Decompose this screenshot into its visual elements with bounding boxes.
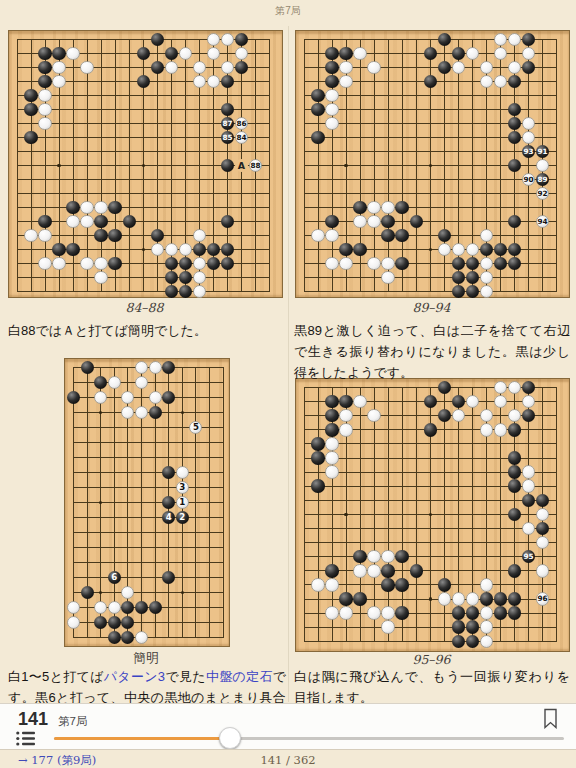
go-board-diagram-89-94[interactable]: 939190899294 [295, 30, 570, 298]
black-stone [108, 229, 121, 242]
white-stone [135, 631, 148, 644]
white-stone [438, 592, 451, 605]
grid-line [304, 528, 558, 529]
black-stone [137, 75, 150, 88]
white-stone [508, 33, 521, 46]
white-stone [207, 75, 220, 88]
diagram-caption: 95–96 [295, 652, 568, 667]
black-stone [325, 61, 338, 74]
black-stone [339, 47, 352, 60]
black-stone [162, 496, 175, 509]
black-stone [395, 257, 408, 270]
white-stone [339, 257, 352, 270]
grid-line [17, 207, 271, 208]
black-stone [311, 89, 324, 102]
white-stone [339, 61, 352, 74]
white-stone [367, 409, 380, 422]
grid-line [73, 592, 224, 593]
black-stone [395, 229, 408, 242]
white-stone [522, 522, 535, 535]
black-stone [381, 215, 394, 228]
white-stone: 90 [522, 173, 535, 186]
white-stone: 84 [235, 131, 248, 144]
white-stone [381, 620, 394, 633]
black-stone [508, 606, 521, 619]
column-divider [288, 26, 289, 702]
black-stone [508, 159, 521, 172]
black-stone [466, 635, 479, 648]
black-stone [466, 285, 479, 298]
bookmark-icon[interactable] [543, 708, 558, 729]
white-stone [38, 103, 51, 116]
grid-line [304, 235, 558, 236]
black-stone [135, 601, 148, 614]
black-stone [480, 243, 493, 256]
white-stone [179, 47, 192, 60]
black-stone [123, 215, 136, 228]
white-stone [494, 47, 507, 60]
white-stone [325, 437, 338, 450]
black-stone [151, 33, 164, 46]
white-stone [66, 47, 79, 60]
white-stone [193, 257, 206, 270]
black-stone [162, 571, 175, 584]
black-stone [221, 243, 234, 256]
grid-line [304, 207, 558, 208]
black-stone [508, 423, 521, 436]
grid-line [73, 487, 224, 488]
white-stone [494, 33, 507, 46]
star-point [142, 164, 145, 167]
black-stone [149, 601, 162, 614]
black-stone [353, 243, 366, 256]
grid-line [304, 277, 558, 278]
white-stone [24, 229, 37, 242]
page-slider[interactable] [54, 727, 564, 749]
black-stone [452, 285, 465, 298]
black-stone [508, 117, 521, 130]
white-stone [193, 271, 206, 284]
black-stone [508, 508, 521, 521]
black-stone [38, 47, 51, 60]
black-stone [410, 215, 423, 228]
black-stone [353, 201, 366, 214]
white-stone [353, 564, 366, 577]
black-stone [466, 606, 479, 619]
inline-text: 白1〜5と打てば [8, 669, 104, 684]
white-stone [536, 536, 549, 549]
white-stone [494, 75, 507, 88]
white-stone [193, 229, 206, 242]
black-stone [508, 103, 521, 116]
white-stone [480, 578, 493, 591]
star-point [181, 411, 184, 414]
white-stone [522, 117, 535, 130]
black-stone [508, 451, 521, 464]
grid-line [17, 95, 271, 96]
go-board-diagram-95-96[interactable]: 9596 [295, 378, 570, 652]
black-stone [108, 201, 121, 214]
star-point [344, 513, 347, 516]
black-stone [395, 606, 408, 619]
white-stone [480, 285, 493, 298]
black-stone [94, 376, 107, 389]
grid-line [304, 443, 558, 444]
white-stone [494, 423, 507, 436]
white-stone [536, 159, 549, 172]
black-stone [522, 494, 535, 507]
black-stone [508, 465, 521, 478]
black-stone: 87 [221, 117, 234, 130]
black-stone: 2 [176, 511, 189, 524]
white-stone [339, 75, 352, 88]
point-label-A: A [235, 159, 248, 172]
go-board-diagram-variation[interactable]: 531426 [64, 358, 230, 647]
black-stone [67, 391, 80, 404]
black-stone [452, 257, 465, 270]
black-stone [381, 229, 394, 242]
black-stone [81, 586, 94, 599]
black-stone [221, 159, 234, 172]
white-stone [149, 361, 162, 374]
black-stone [438, 409, 451, 422]
white-stone [121, 406, 134, 419]
white-stone [80, 201, 93, 214]
black-stone [38, 61, 51, 74]
white-stone [135, 376, 148, 389]
black-stone [81, 361, 94, 374]
star-point [99, 411, 102, 414]
black-stone [221, 103, 234, 116]
diagram-caption: 84–88 [8, 300, 281, 315]
black-stone [24, 103, 37, 116]
grid-line [304, 556, 558, 557]
black-stone [438, 229, 451, 242]
black-stone [522, 409, 535, 422]
black-stone [339, 243, 352, 256]
black-stone [137, 47, 150, 60]
black-stone [325, 423, 338, 436]
black-stone [325, 47, 338, 60]
black-stone [94, 616, 107, 629]
black-stone [311, 437, 324, 450]
star-point [429, 164, 432, 167]
grid-line [17, 193, 271, 194]
white-stone [325, 103, 338, 116]
black-stone [24, 131, 37, 144]
white-stone [480, 423, 493, 436]
white-stone [193, 285, 206, 298]
grid-line [304, 542, 558, 543]
black-stone [424, 75, 437, 88]
black-stone [165, 47, 178, 60]
star-point [429, 513, 432, 516]
black-stone [536, 494, 549, 507]
black-stone [66, 243, 79, 256]
black-stone [438, 578, 451, 591]
white-stone [66, 215, 79, 228]
black-stone [179, 257, 192, 270]
white-stone [367, 61, 380, 74]
grid-line [73, 457, 224, 458]
grid-line [17, 151, 271, 152]
black-stone [162, 361, 175, 374]
page-position-indicator: 141 / 362 [0, 753, 576, 767]
star-point [344, 164, 347, 167]
white-stone [367, 201, 380, 214]
white-stone [536, 564, 549, 577]
black-stone: 89 [536, 173, 549, 186]
black-stone [221, 215, 234, 228]
commentary-89-94: 黒89と激しく迫って、白は二子を捨てて右辺で生きる振り替わりになりました。黒は少… [294, 320, 570, 383]
white-stone [135, 361, 148, 374]
white-stone [38, 229, 51, 242]
white-stone [353, 47, 366, 60]
black-stone [108, 631, 121, 644]
slider-thumb[interactable] [219, 727, 241, 749]
black-stone [452, 635, 465, 648]
grid-line [17, 277, 271, 278]
white-stone [480, 75, 493, 88]
black-stone [452, 395, 465, 408]
white-stone [381, 271, 394, 284]
white-stone [353, 395, 366, 408]
star-point [99, 501, 102, 504]
black-stone [311, 479, 324, 492]
black-stone [494, 592, 507, 605]
black-stone [179, 271, 192, 284]
white-stone [325, 117, 338, 130]
black-stone [193, 243, 206, 256]
black-stone [438, 33, 451, 46]
grid-line [73, 442, 224, 443]
white-stone [80, 215, 93, 228]
white-stone [522, 47, 535, 60]
black-stone [162, 391, 175, 404]
white-stone [311, 229, 324, 242]
black-stone [508, 592, 521, 605]
black-stone [424, 47, 437, 60]
black-stone [121, 601, 134, 614]
black-stone: 95 [522, 550, 535, 563]
white-stone [94, 601, 107, 614]
white-stone [367, 215, 380, 228]
white-stone [480, 271, 493, 284]
black-stone [165, 271, 178, 284]
white-stone [381, 550, 394, 563]
white-stone [367, 564, 380, 577]
chapter-header: 第7局 [0, 4, 576, 18]
white-stone [38, 117, 51, 130]
white-stone [452, 592, 465, 605]
white-stone [221, 61, 234, 74]
inline-link[interactable]: パターン3 [104, 669, 165, 684]
white-stone [494, 395, 507, 408]
white-stone: 88 [249, 159, 262, 172]
white-stone [165, 243, 178, 256]
white-stone [466, 243, 479, 256]
white-stone [325, 89, 338, 102]
white-stone [80, 257, 93, 270]
white-stone [339, 423, 352, 436]
grid-line [73, 517, 224, 518]
black-stone [508, 131, 521, 144]
white-stone [67, 616, 80, 629]
white-stone [52, 61, 65, 74]
white-stone: 94 [536, 215, 549, 228]
black-stone [508, 564, 521, 577]
white-stone [381, 201, 394, 214]
white-stone [121, 586, 134, 599]
black-stone [452, 606, 465, 619]
black-stone [508, 243, 521, 256]
white-stone [179, 243, 192, 256]
white-stone [522, 479, 535, 492]
white-stone [466, 395, 479, 408]
white-stone [522, 465, 535, 478]
black-stone [162, 466, 175, 479]
white-stone [193, 75, 206, 88]
black-stone: 6 [108, 571, 121, 584]
black-stone [221, 75, 234, 88]
black-stone [522, 33, 535, 46]
black-stone [494, 243, 507, 256]
white-stone: 96 [536, 592, 549, 605]
black-stone [339, 592, 352, 605]
black-stone [108, 257, 121, 270]
black-stone [38, 75, 51, 88]
black-stone [508, 75, 521, 88]
black-stone [438, 61, 451, 74]
footer-strip: → 177 (第9局) 141 / 362 [0, 749, 576, 768]
black-stone [452, 271, 465, 284]
grid-line [304, 500, 558, 501]
diagram-caption: 89–94 [295, 300, 568, 315]
black-stone [221, 257, 234, 270]
white-stone [480, 257, 493, 270]
grid-line [17, 235, 271, 236]
grid-line [304, 179, 558, 180]
grid-line [73, 502, 224, 503]
white-stone [480, 409, 493, 422]
grid-line [304, 151, 558, 152]
inline-link[interactable]: 中盤の定石 [206, 669, 273, 684]
white-stone [339, 409, 352, 422]
black-stone [494, 257, 507, 270]
white-stone [149, 391, 162, 404]
black-stone [151, 61, 164, 74]
white-stone [325, 578, 338, 591]
white-stone [135, 406, 148, 419]
white-stone [151, 243, 164, 256]
book-page: 第7局 8786858488A 939190899294 531426 9596… [0, 0, 576, 768]
white-stone [94, 391, 107, 404]
white-stone [108, 601, 121, 614]
black-stone [395, 550, 408, 563]
white-stone: 5 [189, 421, 202, 434]
grid-line [17, 291, 271, 292]
black-stone [311, 131, 324, 144]
white-stone [480, 635, 493, 648]
black-stone [207, 243, 220, 256]
black-stone [395, 578, 408, 591]
white-stone [52, 75, 65, 88]
black-stone [325, 215, 338, 228]
black-stone [381, 564, 394, 577]
white-stone [325, 451, 338, 464]
grid-line [73, 577, 224, 578]
white-stone: 92 [536, 187, 549, 200]
star-point [181, 591, 184, 594]
grid-line [73, 637, 224, 638]
white-stone: 1 [176, 496, 189, 509]
white-stone [235, 47, 248, 60]
black-stone [108, 616, 121, 629]
black-stone [325, 564, 338, 577]
black-stone [480, 592, 493, 605]
black-stone [165, 285, 178, 298]
white-stone [325, 606, 338, 619]
white-stone [353, 215, 366, 228]
black-stone [311, 451, 324, 464]
white-stone [94, 257, 107, 270]
black-stone [66, 201, 79, 214]
slider-fill [54, 737, 230, 740]
white-stone [522, 131, 535, 144]
grid-line [17, 179, 271, 180]
grid-line [304, 193, 558, 194]
black-stone [325, 395, 338, 408]
black-stone [52, 47, 65, 60]
white-stone [452, 409, 465, 422]
white-stone [176, 466, 189, 479]
grid-line [304, 627, 558, 628]
black-stone [207, 257, 220, 270]
white-stone [325, 229, 338, 242]
white-stone: 86 [235, 117, 248, 130]
grid-line [304, 641, 558, 642]
black-stone [325, 409, 338, 422]
black-stone [508, 479, 521, 492]
white-stone [367, 257, 380, 270]
table-of-contents-icon[interactable] [16, 731, 35, 746]
grid-line [304, 584, 558, 585]
grid-line [304, 291, 558, 292]
white-stone [311, 578, 324, 591]
grid-line [73, 547, 224, 548]
grid-line [73, 532, 224, 533]
grid-line [304, 95, 558, 96]
white-stone [339, 606, 352, 619]
white-stone [522, 395, 535, 408]
star-point [57, 164, 60, 167]
black-stone [452, 620, 465, 633]
black-stone [165, 257, 178, 270]
white-stone [325, 257, 338, 270]
black-stone: 4 [162, 511, 175, 524]
grid-line [73, 562, 224, 563]
go-board-diagram-84-88[interactable]: 8786858488A [8, 30, 283, 298]
white-stone [221, 33, 234, 46]
current-page-number: 141 [18, 709, 48, 730]
black-stone [151, 229, 164, 242]
black-stone [424, 395, 437, 408]
black-stone [466, 271, 479, 284]
white-stone [94, 201, 107, 214]
black-stone [522, 61, 535, 74]
white-stone [80, 61, 93, 74]
star-point [99, 591, 102, 594]
